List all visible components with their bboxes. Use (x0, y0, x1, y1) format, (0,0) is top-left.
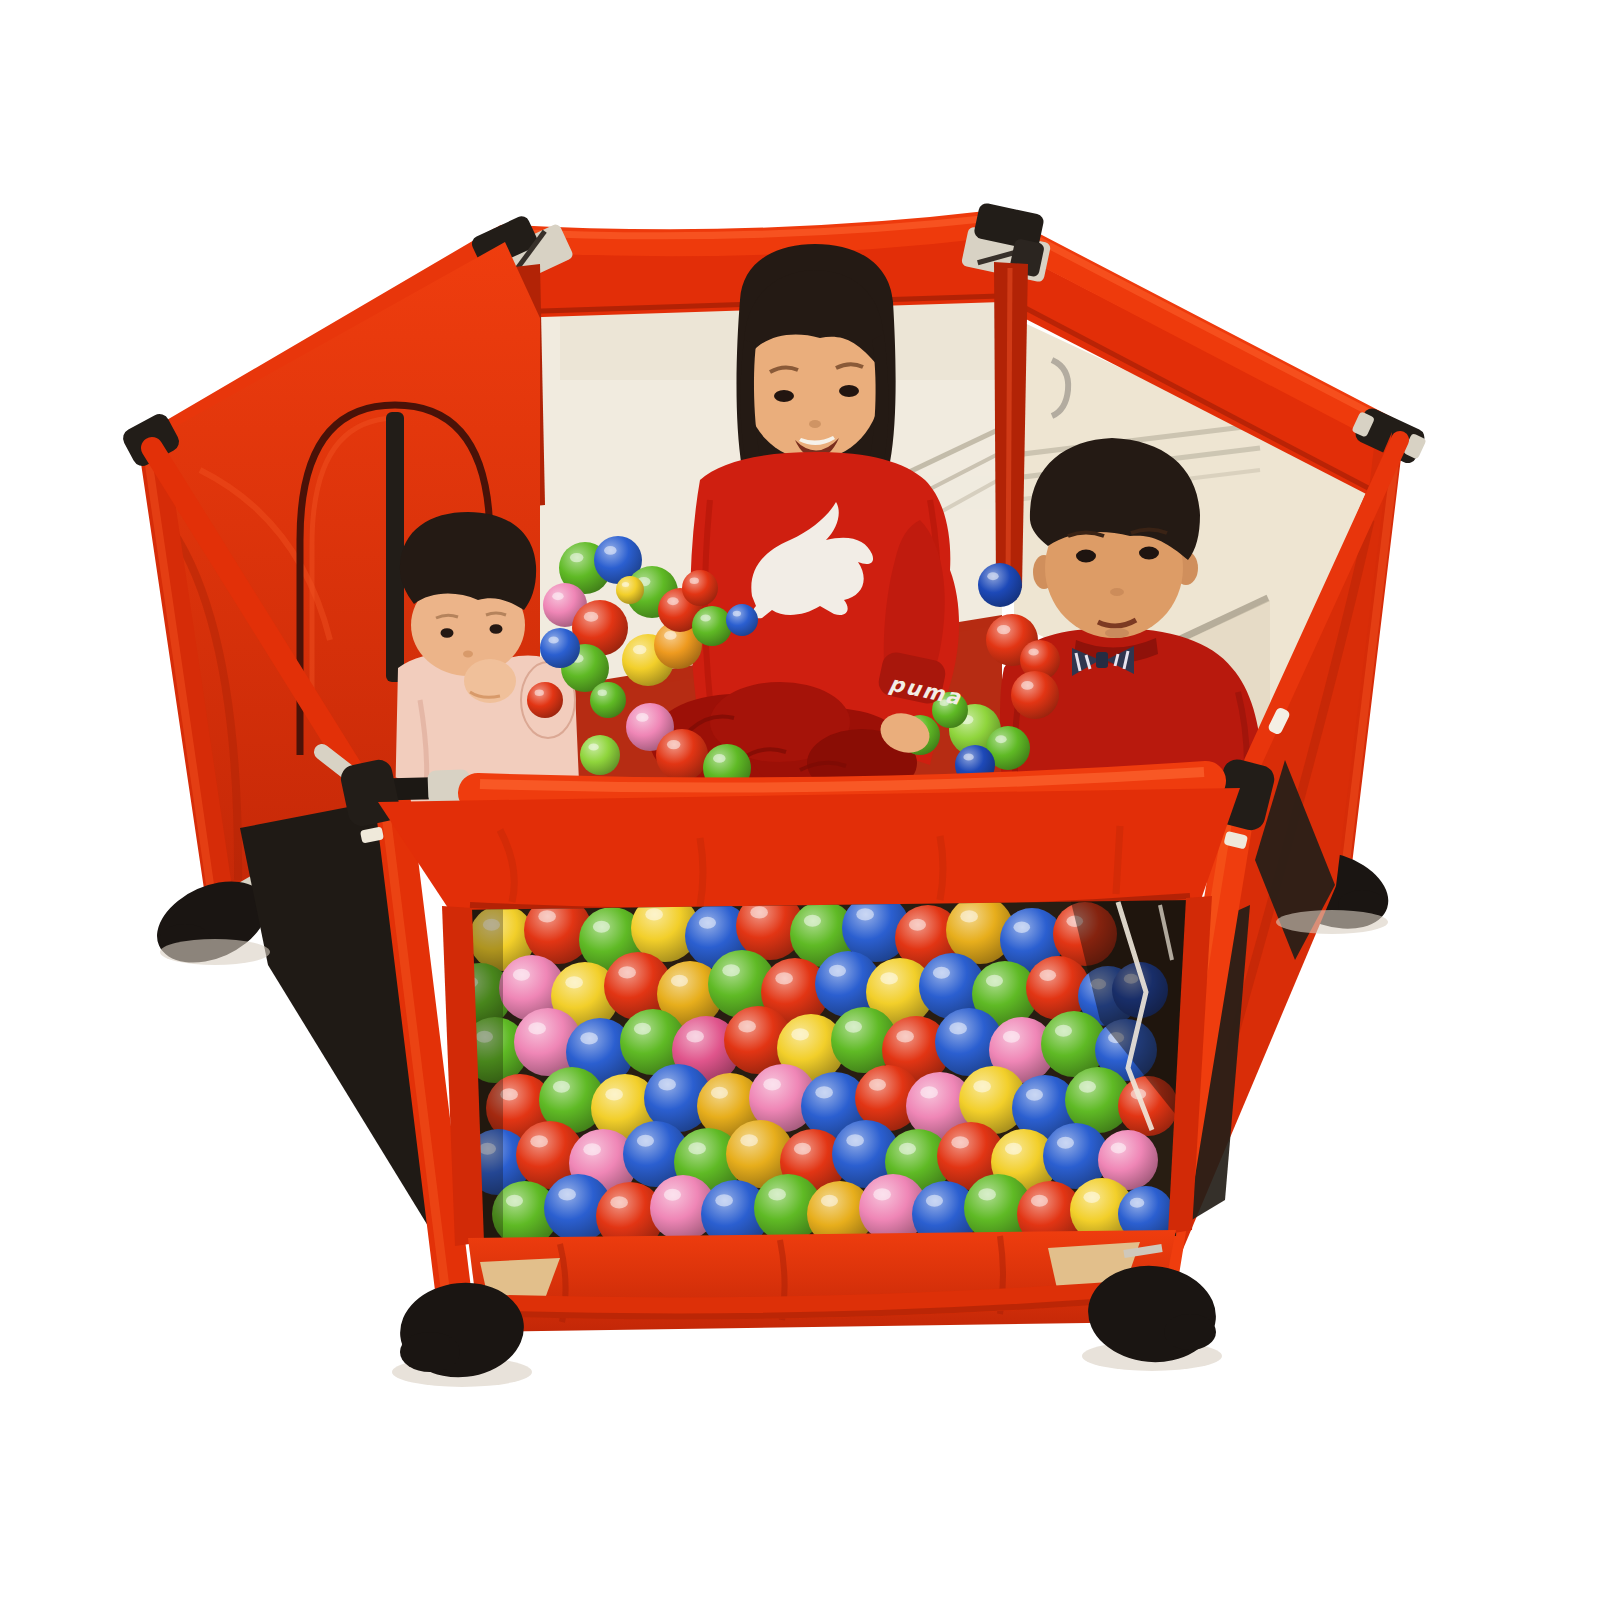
ball-highlight (658, 1078, 676, 1090)
ball-highlight (583, 1143, 601, 1155)
ball-highlight (733, 611, 741, 617)
ball-highlight (618, 966, 636, 978)
ball-highlight (1079, 1081, 1096, 1093)
ball-highlight (1013, 921, 1030, 933)
ball-highlight (671, 975, 688, 987)
foot-shadow (1276, 910, 1388, 934)
toddler-hair (400, 512, 536, 610)
ball-highlight (794, 1143, 811, 1155)
ball-highlight (667, 740, 681, 749)
ball-highlight (593, 921, 610, 933)
ball-highlight (699, 917, 716, 929)
ball-highlight (1026, 1089, 1043, 1101)
ball (527, 682, 563, 718)
ball-highlight (622, 582, 629, 587)
ball-highlight (584, 612, 599, 622)
ball (692, 606, 732, 646)
window-balls (448, 892, 1178, 1250)
ball-highlight (1111, 1143, 1127, 1154)
ball-highlight (880, 972, 898, 984)
ball-highlight (633, 645, 647, 654)
ball-highlight (1031, 1195, 1048, 1207)
ball-highlight (846, 1134, 864, 1146)
ball-highlight (949, 1022, 967, 1034)
ball-highlight (553, 1081, 570, 1093)
ball-highlight (804, 915, 821, 927)
ball-highlight (973, 1080, 991, 1092)
ball-highlight (552, 592, 563, 600)
ball-highlight (768, 1188, 786, 1200)
ball-highlight (690, 578, 699, 584)
ball-highlight (664, 1189, 681, 1201)
ball-highlight (909, 919, 926, 931)
ball-highlight (506, 1195, 523, 1207)
ball-highlight (715, 1194, 733, 1206)
ball-highlight (873, 1188, 891, 1200)
ball-highlight (645, 908, 663, 920)
ball (590, 682, 626, 718)
ball-highlight (1028, 648, 1038, 655)
ball-highlight (535, 690, 544, 696)
ball-highlight (1005, 1143, 1022, 1155)
ball-highlight (570, 553, 584, 562)
toddler-eye-left (441, 628, 454, 638)
girl-eye-left (774, 390, 794, 402)
ball-highlight (538, 910, 556, 922)
toddler-eye-right (490, 624, 503, 634)
ball-highlight (997, 625, 1011, 634)
ball-highlight (963, 753, 973, 760)
ball-highlight (933, 967, 950, 979)
ball-highlight (558, 1188, 576, 1200)
ball-highlight (1057, 1137, 1074, 1149)
ball-highlight (667, 597, 678, 605)
ball-highlight (896, 1030, 914, 1042)
ball-highlight (1130, 1198, 1145, 1208)
boy-eye-right (1139, 547, 1159, 560)
ball-highlight (1039, 969, 1056, 981)
ball-highlight (580, 1032, 598, 1044)
ball-highlight (610, 1196, 628, 1208)
ball-highlight (634, 1023, 651, 1035)
photo-canvas: puma (0, 0, 1600, 1600)
front-panel (378, 788, 1240, 1332)
ball-highlight (869, 1079, 886, 1091)
door-strap (386, 412, 404, 682)
playpen-photo-svg: puma (0, 0, 1600, 1600)
ball-highlight (711, 1087, 728, 1099)
ball (656, 729, 708, 781)
ball-highlight (637, 1135, 654, 1147)
ball-highlight (738, 1020, 756, 1032)
ball-highlight (1055, 1025, 1072, 1037)
ball-highlight (604, 546, 616, 555)
ball-highlight (700, 614, 710, 621)
ball (1011, 671, 1059, 719)
ball-highlight (775, 972, 793, 984)
ball (978, 563, 1022, 607)
ball-highlight (987, 572, 998, 580)
ball-highlight (722, 964, 740, 976)
ball (682, 570, 718, 606)
ball-highlight (750, 906, 768, 918)
ball-highlight (565, 976, 583, 988)
ball-highlight (1003, 1031, 1020, 1043)
ball-highlight (995, 735, 1006, 743)
ball (580, 735, 620, 775)
ball-highlight (960, 910, 978, 922)
ball-highlight (829, 965, 846, 977)
ball-highlight (815, 1086, 833, 1098)
girl-eye-right (839, 385, 859, 397)
ball-highlight (763, 1078, 781, 1090)
ball-highlight (986, 975, 1003, 987)
ball (616, 576, 644, 604)
ball (540, 628, 580, 668)
ball (726, 604, 758, 636)
ball-highlight (821, 1195, 838, 1207)
ball-highlight (713, 754, 725, 763)
ball-highlight (1021, 681, 1033, 690)
ball-highlight (664, 631, 676, 640)
ball-highlight (899, 1143, 916, 1155)
ball-highlight (920, 1086, 938, 1098)
ball-highlight (926, 1195, 943, 1207)
ball-highlight (845, 1021, 862, 1033)
ball-highlight (588, 743, 598, 750)
ball-highlight (978, 1188, 996, 1200)
ball-highlight (548, 636, 558, 643)
ball-highlight (686, 1030, 704, 1042)
ball-highlight (605, 1088, 623, 1100)
ball-highlight (856, 908, 874, 920)
ball-highlight (951, 1136, 969, 1148)
ball-highlight (740, 1134, 758, 1146)
ball-highlight (791, 1028, 809, 1040)
ball-highlight (528, 1022, 546, 1034)
ball-highlight (688, 1142, 706, 1154)
ball-highlight (598, 690, 607, 696)
ball-highlight (1083, 1191, 1100, 1203)
boy-eye-left (1076, 550, 1096, 563)
ball-highlight (636, 713, 648, 722)
ball-highlight (513, 969, 530, 981)
ball-highlight (530, 1135, 548, 1147)
foot-shadow (160, 939, 270, 965)
